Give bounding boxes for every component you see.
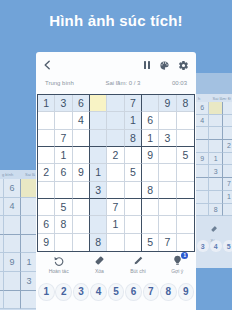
fragment-cell (223, 204, 232, 217)
cell-r7c1[interactable] (38, 199, 55, 216)
cell-r4c5[interactable]: 2 (107, 147, 124, 164)
cell-r8c2[interactable]: 8 (55, 216, 72, 233)
fragment-cell (4, 235, 21, 254)
fragment-cell (21, 291, 36, 310)
cell-r5c8[interactable] (159, 164, 176, 181)
fragment-cell (196, 165, 209, 178)
cell-r4c2[interactable]: 1 (55, 147, 72, 164)
fragment-cell (209, 178, 222, 191)
cell-r7c5[interactable]: 7 (107, 199, 124, 216)
back-button[interactable] (43, 60, 52, 70)
cell-r2c1[interactable] (38, 112, 55, 129)
cell-r2c7[interactable]: 6 (142, 112, 159, 129)
cell-r5c4[interactable]: 1 (90, 164, 107, 181)
cell-r4c4[interactable] (90, 147, 107, 164)
fragment-numpad-4: 4 (210, 240, 222, 252)
cell-r6c6[interactable] (125, 182, 142, 199)
fragment-cell (4, 272, 21, 291)
fragment-cell (223, 165, 232, 178)
undo-button[interactable]: Hoàn tác (49, 255, 69, 274)
cell-r3c9[interactable] (177, 130, 194, 147)
cell-r2c2[interactable] (55, 112, 72, 129)
cell-r8c1[interactable]: 6 (38, 216, 55, 233)
fragment-cell: 7 (223, 178, 232, 191)
fragment-cell: 1 (209, 153, 222, 166)
fragment-cell (223, 115, 232, 128)
fragment-cell (209, 115, 222, 128)
cell-r2c8[interactable] (159, 112, 176, 129)
cell-r2c4[interactable] (90, 112, 107, 129)
fragment-cell (196, 204, 209, 217)
status-bar: Trung bình Sai lầm: 0 / 3 00:03 (45, 80, 187, 86)
sudoku-grid: 136798416781312952691538576819857 (37, 94, 195, 252)
cell-r2c5[interactable] (107, 112, 124, 129)
cell-r7c6[interactable] (125, 199, 142, 216)
cell-r8c3[interactable] (73, 216, 90, 233)
cell-r3c6[interactable]: 8 (125, 130, 142, 147)
theme-button[interactable] (159, 60, 170, 71)
fragment-cell (223, 102, 232, 115)
cell-r7c2[interactable]: 5 (55, 199, 72, 216)
numpad-5[interactable]: 5 (108, 283, 125, 301)
cell-r9c3[interactable] (73, 234, 90, 251)
action-bar: Hoàn tác Xóa Bút chì 1 Gợi ý (36, 255, 196, 274)
cell-r9c4[interactable]: 8 (90, 234, 107, 251)
cell-r7c8[interactable] (159, 199, 176, 216)
cell-r6c5[interactable] (107, 182, 124, 199)
cell-r1c6[interactable]: 7 (125, 95, 142, 112)
numpad-9[interactable]: 9 (178, 283, 195, 301)
fragment-numpad-5: 5 (223, 240, 232, 252)
cell-r4c3[interactable] (73, 147, 90, 164)
cell-r5c7[interactable] (142, 164, 159, 181)
cell-r1c8[interactable]: 9 (159, 95, 176, 112)
fragment-cell: 3 (21, 272, 36, 291)
cell-r9c7[interactable]: 5 (142, 234, 159, 251)
fragment-cell: 3 (209, 165, 222, 178)
numpad-2[interactable]: 2 (55, 283, 72, 301)
cell-r9c9[interactable] (177, 234, 194, 251)
undo-icon (53, 255, 64, 266)
cell-r6c9[interactable] (177, 182, 194, 199)
fragment-header-band (196, 73, 232, 94)
fragment-cell (21, 198, 36, 217)
cell-r5c5[interactable] (107, 164, 124, 181)
cell-r5c2[interactable]: 6 (55, 164, 72, 181)
carousel-fragment-right: h Sai lầm: Đ 642913718 Xóa 345 (196, 73, 232, 268)
cell-r6c4[interactable]: 3 (90, 182, 107, 199)
numpad-1[interactable]: 1 (38, 283, 55, 301)
cell-r8c4[interactable] (90, 216, 107, 233)
cell-r2c3[interactable]: 4 (73, 112, 90, 129)
cell-r6c3[interactable] (73, 182, 90, 199)
fragment-mistakes-text: Sai lầm: Đ (213, 96, 231, 101)
pause-icon (143, 60, 151, 70)
numpad-7[interactable]: 7 (143, 283, 160, 301)
cell-r4c9[interactable]: 5 (177, 147, 194, 164)
fragment-cell (196, 178, 209, 191)
cell-r1c5[interactable] (107, 95, 124, 112)
fragment-difficulty-text: h (198, 96, 200, 101)
cell-r8c5[interactable]: 1 (107, 216, 124, 233)
cell-r3c3[interactable] (73, 130, 90, 147)
fragment-cell (209, 140, 222, 153)
fragment-cell (21, 216, 36, 235)
fragment-cell (223, 153, 232, 166)
fragment-cell (209, 191, 222, 204)
cell-r8c7[interactable] (142, 216, 159, 233)
eraser-icon (94, 255, 105, 266)
cell-r3c2[interactable]: 7 (55, 130, 72, 147)
fragment-cell (209, 102, 222, 115)
difficulty-label: Trung bình (45, 80, 74, 86)
cell-r1c4[interactable] (90, 95, 107, 112)
fragment-cell (21, 179, 36, 198)
cell-r3c4[interactable] (90, 130, 107, 147)
cell-r5c1[interactable]: 2 (38, 164, 55, 181)
toolbar (43, 57, 189, 73)
fragment-cell: 1 (21, 253, 36, 272)
hint-button[interactable]: 1 Gợi ý (171, 255, 183, 274)
cell-r5c3[interactable]: 9 (73, 164, 90, 181)
fragment-difficulty-text: g bình (2, 172, 13, 177)
cell-r6c1[interactable] (38, 182, 55, 199)
fragment-numpad-3: 3 (197, 240, 209, 252)
cell-r1c7[interactable] (142, 95, 159, 112)
settings-button[interactable] (178, 60, 189, 71)
cell-r3c1[interactable] (38, 130, 55, 147)
cell-r7c7[interactable] (142, 199, 159, 216)
chevron-left-icon (43, 60, 52, 70)
carousel-fragment-left: g bình Sai lầ 3647169135 (0, 170, 36, 310)
fragment-cell (196, 140, 209, 153)
cell-r3c7[interactable]: 1 (142, 130, 159, 147)
cell-r9c1[interactable]: 9 (38, 234, 55, 251)
fragment-cell (223, 127, 232, 140)
erase-button[interactable]: Xóa (94, 255, 105, 274)
fragment-mistakes-text: Sai lầ (25, 172, 35, 177)
cell-r2c6[interactable]: 1 (125, 112, 142, 129)
cell-r5c6[interactable]: 5 (125, 164, 142, 181)
mistakes-label: Sai lầm: 0 / 3 (105, 80, 140, 86)
cell-r3c8[interactable]: 3 (159, 130, 176, 147)
fragment-cell (196, 127, 209, 140)
eraser-icon (210, 225, 218, 233)
cell-r1c9[interactable]: 8 (177, 95, 194, 112)
fragment-cell: 9 (4, 253, 21, 272)
fragment-cell: 2 (223, 140, 232, 153)
fragment-numpad: 345 (197, 240, 232, 252)
numpad-8[interactable]: 8 (160, 283, 177, 301)
numpad-4[interactable]: 4 (90, 283, 107, 301)
promo-title: Hình ảnh súc tích! (0, 12, 232, 29)
cell-r4c6[interactable] (125, 147, 142, 164)
cell-r6c7[interactable]: 8 (142, 182, 159, 199)
pencil-button[interactable]: Bút chì (130, 255, 146, 274)
fragment-left-grid: 3647169135 (0, 179, 36, 309)
cell-r9c6[interactable] (125, 234, 142, 251)
cell-r7c3[interactable] (73, 199, 90, 216)
pause-button[interactable] (143, 60, 151, 70)
hint-count-badge: 1 (181, 252, 188, 259)
fragment-cell: 4 (196, 115, 209, 128)
cell-r6c2[interactable] (55, 182, 72, 199)
fragment-cell (196, 191, 209, 204)
cell-r8c9[interactable] (177, 216, 194, 233)
cell-r4c8[interactable] (159, 147, 176, 164)
fragment-cell: 1 (223, 191, 232, 204)
fragment-cell (21, 235, 36, 254)
cell-r7c4[interactable] (90, 199, 107, 216)
cell-r2c9[interactable] (177, 112, 194, 129)
numpad-6[interactable]: 6 (125, 283, 142, 301)
cell-r6c8[interactable] (159, 182, 176, 199)
timer-label: 00:03 (172, 80, 187, 86)
fragment-cell: 4 (4, 198, 21, 217)
cell-r4c1[interactable] (38, 147, 55, 164)
cell-r1c3[interactable]: 6 (73, 95, 90, 112)
fragment-right-grid: 642913718 (196, 102, 232, 216)
cell-r9c8[interactable]: 7 (159, 234, 176, 251)
fragment-cell (209, 127, 222, 140)
numpad: 123456789 (38, 283, 194, 301)
cell-r7c9[interactable] (177, 199, 194, 216)
cell-r8c8[interactable] (159, 216, 176, 233)
fragment-cell: 9 (196, 153, 209, 166)
cell-r4c7[interactable]: 9 (142, 147, 159, 164)
numpad-3[interactable]: 3 (73, 283, 90, 301)
pencil-icon (133, 255, 144, 266)
cell-r3c5[interactable] (107, 130, 124, 147)
palette-icon (159, 60, 170, 71)
cell-r9c5[interactable] (107, 234, 124, 251)
cell-r5c9[interactable] (177, 164, 194, 181)
cell-r1c2[interactable]: 3 (55, 95, 72, 112)
fragment-cell (4, 216, 21, 235)
cell-r8c6[interactable] (125, 216, 142, 233)
fragment-cell (4, 291, 21, 310)
gear-icon (178, 60, 189, 71)
sudoku-app-panel: Trung bình Sai lầm: 0 / 3 00:03 13679841… (36, 52, 196, 310)
fragment-cell: 8 (209, 204, 222, 217)
cell-r9c2[interactable] (55, 234, 72, 251)
fragment-cell: 6 (196, 102, 209, 115)
fragment-cell: 6 (4, 179, 21, 198)
cell-r1c1[interactable]: 1 (38, 95, 55, 112)
